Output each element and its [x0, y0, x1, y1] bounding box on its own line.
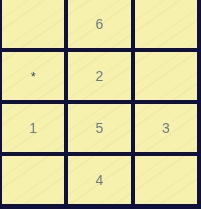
puzzle-grid: 6 * 2 1 5 3 4 — [0, 0, 201, 209]
grid-cell-r1c0: * — [2, 52, 64, 100]
grid-cell-r2c2: 3 — [135, 104, 197, 152]
grid-cell-r2c1: 5 — [68, 104, 130, 152]
grid-cell-r0c1: 6 — [68, 0, 130, 48]
grid-cell-r3c2 — [135, 156, 197, 204]
grid-cell-r3c0 — [2, 156, 64, 204]
grid-cell-r1c1: 2 — [68, 52, 130, 100]
grid-cell-r1c2 — [135, 52, 197, 100]
grid-cell-r2c0: 1 — [2, 104, 64, 152]
grid-cell-r0c0 — [2, 0, 64, 48]
grid-cell-r3c1: 4 — [68, 156, 130, 204]
grid-cell-r0c2 — [135, 0, 197, 48]
